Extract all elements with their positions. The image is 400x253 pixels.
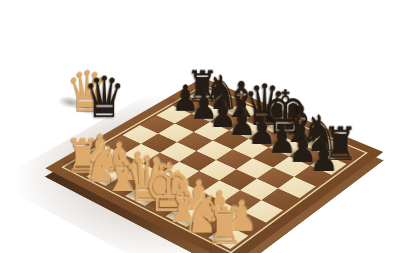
piece-white-rook-h1[interactable]: ♜ [204,200,245,252]
square-h6[interactable] [294,166,331,187]
chess-set-photo: ♜♞♝♛♚♝♞♜♟♟♟♟♟♟♟♟♟♟♟♟♟♟♟♟♜♞♝♛♚♝♞♜ ♛♛ [0,0,400,253]
square-h1[interactable]: ♜ [208,225,248,249]
chess-board-3d: ♜♞♝♛♚♝♞♜♟♟♟♟♟♟♟♟♟♟♟♟♟♟♟♟♜♞♝♛♚♝♞♜ ♛♛ [45,78,383,253]
